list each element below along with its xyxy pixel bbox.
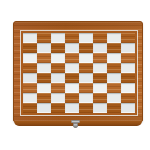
square-b2 [37,93,51,103]
square-f2 [93,93,107,103]
square-c7 [51,43,65,53]
square-c6 [51,53,65,63]
square-e3 [79,83,93,93]
square-b3 [37,83,51,93]
square-a3 [23,83,37,93]
square-g2 [107,93,121,103]
square-d1 [65,103,79,113]
square-c2 [51,93,65,103]
square-c8 [51,33,65,43]
square-a1 [23,103,37,113]
square-e6 [79,53,93,63]
square-a8 [23,33,37,43]
square-g7 [107,43,121,53]
square-g5 [107,63,121,73]
square-f3 [93,83,107,93]
square-h8 [121,33,135,43]
square-g3 [107,83,121,93]
square-e5 [79,63,93,73]
square-b5 [37,63,51,73]
square-h1 [121,103,135,113]
square-b1 [37,103,51,113]
square-d3 [65,83,79,93]
square-a7 [23,43,37,53]
square-h6 [121,53,135,63]
chess-box-lid [13,21,143,122]
square-h5 [121,63,135,73]
square-e2 [79,93,93,103]
square-f4 [93,73,107,83]
square-d5 [65,63,79,73]
square-a4 [23,73,37,83]
square-h7 [121,43,135,53]
square-g1 [107,103,121,113]
square-f7 [93,43,107,53]
square-f5 [93,63,107,73]
square-g8 [107,33,121,43]
square-c1 [51,103,65,113]
square-b6 [37,53,51,63]
square-a5 [23,63,37,73]
square-h4 [121,73,135,83]
square-c4 [51,73,65,83]
square-c5 [51,63,65,73]
square-a6 [23,53,37,63]
clasp-knob [73,123,78,128]
square-d4 [65,73,79,83]
square-f8 [93,33,107,43]
square-e4 [79,73,93,83]
square-d2 [65,93,79,103]
metal-clasp [71,120,80,129]
square-e8 [79,33,93,43]
square-e7 [79,43,93,53]
square-f6 [93,53,107,63]
square-c3 [51,83,65,93]
square-d7 [65,43,79,53]
square-b7 [37,43,51,53]
square-h3 [121,83,135,93]
square-b4 [37,73,51,83]
square-e1 [79,103,93,113]
square-g6 [107,53,121,63]
square-f1 [93,103,107,113]
square-d8 [65,33,79,43]
chess-board [23,33,135,113]
square-b8 [37,33,51,43]
square-a2 [23,93,37,103]
square-h2 [121,93,135,103]
product-photo-chess-box [0,0,150,150]
square-d6 [65,53,79,63]
square-g4 [107,73,121,83]
